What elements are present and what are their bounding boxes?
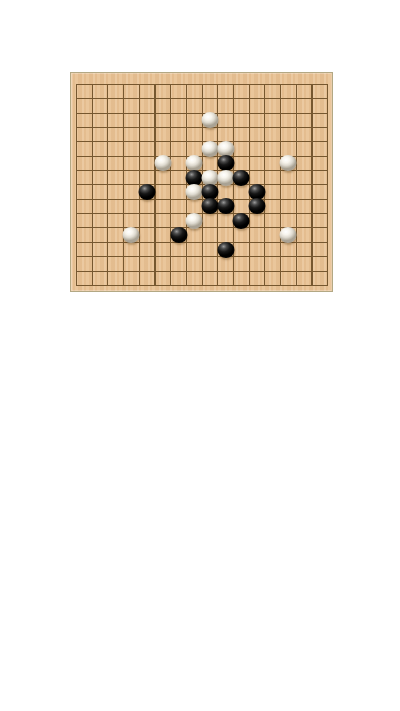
white-stone bbox=[280, 155, 297, 171]
white-stone bbox=[186, 213, 203, 229]
white-stone bbox=[201, 112, 218, 128]
white-stone bbox=[201, 141, 218, 157]
white-stone bbox=[123, 227, 140, 243]
white-stone bbox=[154, 155, 171, 171]
gomoku-board[interactable] bbox=[70, 72, 333, 292]
board-grid[interactable] bbox=[76, 84, 328, 286]
black-stone bbox=[217, 198, 234, 214]
black-stone bbox=[170, 227, 187, 243]
black-stone bbox=[201, 198, 218, 214]
white-stone bbox=[217, 170, 234, 186]
app-background bbox=[0, 0, 400, 711]
white-stone bbox=[280, 227, 297, 243]
black-stone bbox=[233, 170, 250, 186]
white-stone bbox=[186, 184, 203, 200]
black-stone bbox=[139, 184, 156, 200]
black-stone bbox=[233, 213, 250, 229]
black-stone bbox=[217, 242, 234, 258]
black-stone bbox=[249, 198, 266, 214]
